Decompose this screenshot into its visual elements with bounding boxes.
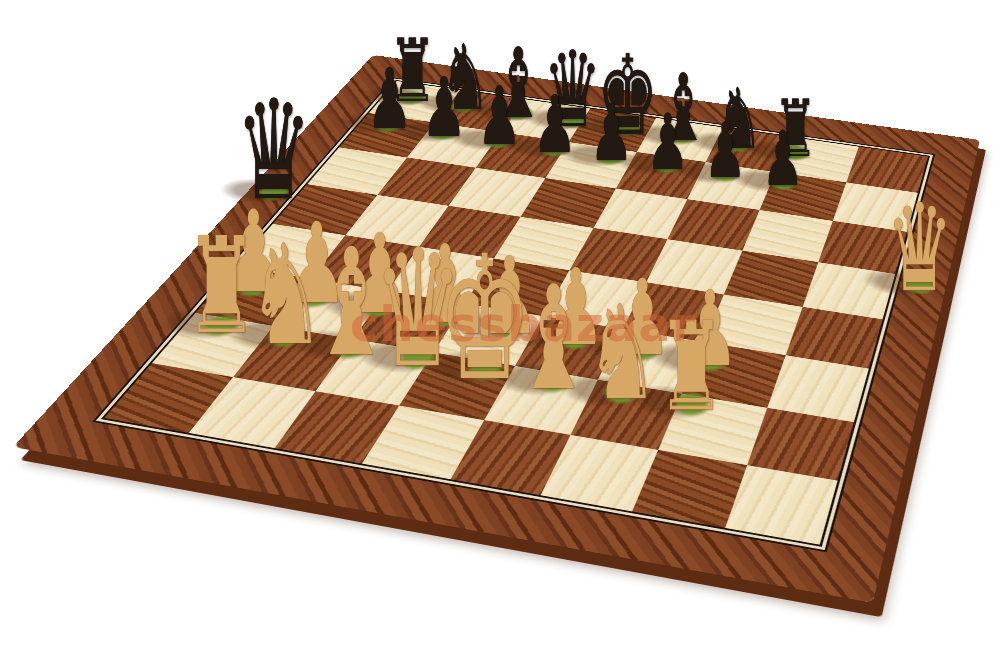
square-h1	[725, 465, 837, 545]
product-photo-stage: ♜♞♝♛♚♝♞♜♟♟♟♟♟♟♟♟♟♟♟♟♟♟♟♟♜♞♝♛♚♝♞♜♛♛ chess…	[0, 0, 1000, 667]
piece-shadow	[211, 174, 300, 207]
piece-felt-base	[249, 181, 297, 204]
watermark: chessbazaar	[350, 296, 696, 352]
piece-felt-base	[899, 272, 940, 298]
